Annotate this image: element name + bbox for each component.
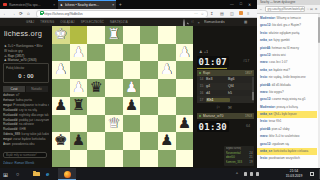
challenge-icon[interactable]: ⚐ — [191, 20, 194, 24]
forum-username[interactable]: lesio: — [260, 31, 268, 35]
board-square[interactable] — [123, 150, 141, 167]
board-square[interactable] — [52, 44, 70, 62]
forum-message-text: wieża wisi — [271, 53, 285, 57]
forum-message-text: właśnie oglądam partię — [268, 31, 300, 35]
taskbar-clock[interactable]: 21:54 15.03.2019 — [280, 169, 308, 178]
forum-username[interactable]: lesio: — [260, 75, 268, 79]
bottom-player-bar[interactable]: Mariusz_w70 1903 — [197, 113, 254, 119]
move-row[interactable]: 16d4h5 — [197, 90, 254, 97]
forum-message-text: zgadzam się — [271, 142, 289, 146]
board-square[interactable] — [176, 61, 194, 79]
board-square[interactable] — [140, 150, 158, 167]
black-piece-a6: ♟ — [178, 115, 191, 133]
right-window-toolbar: ← gry-szachy.pl/forum/watek.php ☆ ▤⚙⋮ — [257, 5, 320, 14]
forum-message-text: będzie mat? — [273, 68, 290, 72]
board-square[interactable] — [158, 97, 176, 115]
chat-username[interactable]: dathean: — [3, 93, 15, 97]
forum-message: lesio: pozdrawiam wszystkich — [257, 155, 317, 162]
board-square[interactable] — [105, 97, 123, 115]
board-square[interactable] — [123, 44, 141, 62]
top-player-rating: 1857 — [245, 71, 252, 75]
chat-username[interactable]: Anon: — [3, 142, 11, 146]
lichess-nav-menu: GRAJTRENINGOGLĄDAJSPOŁECZNOŚĆNARZĘDZIA — [26, 20, 128, 24]
board-square[interactable] — [158, 44, 176, 62]
white-piece-g4: ♟ — [72, 79, 85, 97]
browser-tab-youtube[interactable]: Rammstein@lia spo… × — [1, 0, 57, 9]
message-icon[interactable]: ✉ — [228, 105, 232, 110]
board-square[interactable] — [87, 132, 105, 150]
forum-message: lesio: właśnie oglądam partię — [257, 30, 317, 37]
chat-username[interactable]: Gdesta_888: — [3, 132, 21, 136]
board-square[interactable]: ♛ — [87, 79, 105, 97]
board-square[interactable]: ♜ — [105, 26, 123, 44]
black-move[interactable]: Qf4 — [228, 84, 250, 88]
board-square[interactable] — [52, 115, 70, 133]
lichess-nav-item[interactable]: TRENING — [40, 20, 54, 24]
board-square[interactable]: ♟ — [158, 61, 176, 79]
board-square[interactable]: ♟ — [123, 79, 141, 97]
tournament-mini-box[interactable]: Szybki turniej Rosevential24wbet5021Komr… — [224, 146, 254, 166]
forum-message-text: pion a2 słaby — [271, 127, 290, 131]
forum-username[interactable]: lesio: — [260, 119, 268, 123]
forum-message: maro: czas leci 1:07 — [257, 59, 317, 66]
forum-message: Moderator: Witamy w temacie — [257, 15, 317, 22]
forum-message: anka_sz: końcówka będzie ciekawa — [257, 148, 317, 155]
board-square[interactable]: ♟ — [52, 97, 70, 115]
chat-message-list: dathean: o7thetsaur: ładna partiamegat: … — [3, 93, 49, 150]
board-square[interactable]: ♚ — [52, 26, 70, 44]
chat-username[interactable]: Ruslawold: — [3, 122, 18, 126]
chat-username[interactable]: megat: — [3, 137, 12, 141]
forum-message-text: hetman na f4 mocny — [271, 46, 299, 50]
cortana-search-icon[interactable]: ○ — [16, 171, 19, 177]
lichess-nav-item[interactable]: OGLĄDAJ — [60, 20, 74, 24]
back-icon[interactable]: ← — [259, 7, 263, 11]
white-piece-h1: ♚ — [54, 26, 67, 44]
screen: Rammstein@lia spo… × ♞ lichess • Szachy … — [0, 0, 320, 180]
board-square[interactable] — [176, 79, 194, 97]
board-square[interactable] — [70, 115, 88, 133]
tab-chat[interactable]: Czat — [3, 86, 25, 92]
board-square[interactable] — [140, 115, 158, 133]
lichess-nav-item[interactable]: NARZĘDZIA — [110, 20, 128, 24]
board-square[interactable]: ♟ — [70, 132, 88, 150]
board-square[interactable] — [123, 132, 141, 150]
board-square[interactable] — [158, 26, 176, 44]
white-piece-d4: ♟ — [125, 79, 138, 97]
black-move[interactable]: Bg6 — [228, 77, 250, 81]
forum-message-text: blitz 3+0 to szaleństwo — [268, 134, 299, 138]
forum-username[interactable]: anka_sz: — [260, 149, 273, 153]
right-window-url-field[interactable]: gry-szachy.pl/forum/watek.php — [265, 6, 305, 12]
home-icon[interactable]: ⌂ — [27, 11, 30, 16]
forum-message: piotr44: hetman na f4 mocny — [257, 45, 317, 52]
material-indicator: ♟ +1 — [199, 49, 208, 54]
new-tab-button[interactable]: + — [119, 2, 122, 7]
forum-message: piotr44: d4 d5 blokada — [257, 82, 317, 89]
lichess-logo[interactable]: lichess.org — [4, 29, 50, 38]
action-center-icon[interactable] — [310, 172, 314, 176]
padlock-icon — [40, 13, 43, 15]
flag-icon[interactable]: ⚐ — [216, 105, 220, 110]
white-piece-a2: ♟ — [178, 44, 191, 62]
clock-bottom-tag: 64 — [246, 124, 250, 128]
lichess-nav-item[interactable]: GRAJ — [26, 20, 34, 24]
chat-username[interactable]: megat: — [3, 103, 12, 107]
start-button-icon[interactable]: ⊞ — [3, 171, 8, 178]
white-piece-b3: ♟ — [160, 61, 173, 79]
forum-message: maro: blitz 3+0 to szaleństwo — [257, 133, 317, 140]
firefox-icon — [64, 171, 71, 178]
menu-icon[interactable]: ≡ — [247, 11, 249, 16]
chat-username[interactable]: Ruslawold: — [3, 118, 18, 122]
chat-username[interactable]: Ruslawold: — [3, 108, 18, 112]
black-player-line[interactable]: ♟ Mariusz_w70 (1903) — [4, 58, 50, 62]
network-icon[interactable] — [244, 172, 247, 175]
clock-top: 01:07 — [197, 56, 229, 67]
tab-close-icon[interactable]: × — [112, 3, 114, 7]
board-square[interactable] — [87, 150, 105, 167]
board-square[interactable] — [105, 132, 123, 150]
board-square[interactable] — [140, 61, 158, 79]
file-explorer-icon[interactable] — [33, 172, 40, 177]
taskbar-date: 15.03.2019 — [280, 174, 308, 179]
forum-message: gosc12: czarne mają wieżę na g5 — [257, 96, 317, 103]
black-piece-b7: ♟ — [160, 132, 173, 150]
show-desktop-divider[interactable] — [319, 169, 320, 179]
spectator-box-value: 0 : 00 — [4, 73, 48, 79]
minimize-window-icon[interactable]: — — [230, 2, 234, 7]
forum-message-text: teraz Kh1 — [268, 119, 282, 123]
forum-username[interactable]: Moderator: — [260, 105, 276, 109]
sidebar-toggle-icon[interactable]: ◫ — [230, 11, 234, 16]
captured-pawn-icon: ♟ — [199, 49, 203, 54]
forum-message-text: nie sądzę, króle bezpieczne — [268, 75, 306, 79]
board-square[interactable] — [140, 97, 158, 115]
black-piece-h5: ♟ — [54, 97, 67, 115]
board-square[interactable] — [105, 79, 123, 97]
move-row[interactable]: 17Kh1 — [197, 96, 254, 103]
spectator-box: Pokój kibiców 0 : 00 — [3, 63, 49, 83]
black-piece-d5: ♟ — [125, 97, 138, 115]
forum-message-text: proszę o kulturę — [276, 105, 298, 109]
board-square[interactable] — [158, 115, 176, 133]
chat-username[interactable]: thetsaur: — [3, 98, 15, 102]
bookmark-star-icon[interactable]: ☆ — [201, 12, 204, 16]
forward-icon[interactable]: → — [11, 11, 16, 16]
board-square[interactable] — [176, 150, 194, 167]
board-square[interactable] — [123, 61, 141, 79]
board-square[interactable]: ♟ — [70, 44, 88, 62]
board-square[interactable]: ♜ — [70, 97, 88, 115]
board-square[interactable] — [105, 61, 123, 79]
library-icon[interactable]: ▤ — [220, 11, 224, 16]
board-square[interactable]: ♟ — [123, 97, 141, 115]
tournament-player-score: 19 — [249, 160, 252, 164]
forum-username[interactable]: gosc12: — [260, 53, 271, 57]
forum-username[interactable]: anka_sz: — [260, 38, 273, 42]
forum-message: Moderator: proszę o kulturę — [257, 104, 317, 111]
board-square[interactable] — [70, 150, 88, 167]
tab-notes[interactable]: Notatki — [26, 86, 48, 92]
chess-board: ♚♜♟♟♟♟♟♛♟♟♜♟♛♟♚♟♟ — [52, 26, 193, 167]
tournament-player-name: Komren_333 — [226, 160, 250, 164]
white-move[interactable]: g4 — [206, 84, 228, 88]
language-indicator-icon[interactable] — [256, 172, 259, 175]
close-icon[interactable]: × — [198, 20, 200, 25]
lichess-header: GRAJTRENINGOGLĄDAJSPOŁECZNOŚĆNARZĘDZIA ⚐… — [0, 18, 258, 26]
chat-username[interactable]: Ruslawold: — [3, 127, 18, 131]
chat-username[interactable]: Ruslawold: — [3, 113, 18, 117]
board-square[interactable] — [87, 26, 105, 44]
forum-message-text: d4 d5 blokada — [271, 83, 291, 87]
board-square[interactable] — [158, 150, 176, 167]
move-number: 16 — [197, 91, 206, 95]
right-browser-window: Szachy — forum dyskusyjne ← gry-szachy.p… — [257, 0, 320, 168]
forum-username[interactable]: piotr44: — [260, 46, 271, 50]
lichess-favicon: ♞ — [60, 3, 63, 7]
board-square[interactable] — [176, 97, 194, 115]
move-number: 15 — [197, 84, 206, 88]
close-window-icon[interactable]: ✕ — [248, 2, 251, 7]
grid-menu-icon[interactable]: ▦ — [244, 20, 247, 24]
forum-message-text: pozdrawiam wszystkich — [268, 156, 300, 160]
move-number: 14 — [197, 77, 206, 81]
youtube-favicon — [3, 3, 7, 6]
forum-message-text: Qh4+ było lepsze — [273, 112, 297, 116]
forum-username[interactable]: lesio: — [260, 156, 268, 160]
board-square[interactable] — [140, 132, 158, 150]
move-number: 17 — [197, 98, 206, 102]
board-square[interactable] — [176, 26, 194, 44]
game-meta-icon: ♞ — [4, 44, 7, 48]
white-move[interactable]: Kh1 — [206, 98, 230, 102]
online-dot — [199, 72, 201, 74]
forum-message-text: fajny gambit — [273, 38, 290, 42]
board-square[interactable] — [70, 61, 88, 79]
forum-message: lesio: nie sądzę, króle bezpieczne — [257, 74, 317, 81]
board-square[interactable] — [123, 115, 141, 133]
reload-icon[interactable]: ⟳ — [19, 11, 23, 16]
board-square[interactable] — [52, 79, 70, 97]
board-square[interactable]: ♟ — [70, 79, 88, 97]
downloads-icon[interactable]: ↧ — [210, 11, 213, 16]
chat-input[interactable] — [3, 152, 47, 158]
move-row[interactable]: 15g4Qf4 — [197, 83, 254, 90]
forum-message: lesio: teraz Kh1 — [257, 118, 317, 125]
forum-message-text: kto wygra? — [268, 90, 283, 94]
white-piece-h3: ♟ — [54, 61, 67, 79]
game-meta-line2: W trakcie gry — [4, 49, 50, 53]
grid-icon[interactable]: ▤ — [310, 7, 313, 11]
black-move[interactable]: h5 — [228, 91, 250, 95]
forum-username[interactable]: anka_sz: — [260, 112, 273, 116]
forum-message-text: końcówka będzie ciekawa — [273, 149, 309, 153]
board-square[interactable] — [140, 26, 158, 44]
white-piece-e6: ♛ — [107, 115, 120, 133]
forum-message-text: czarne mają wieżę na g5 — [271, 97, 305, 101]
browser-nav-bar: ← → ⟳ ⌂ https://lichess.org/9kdbt4vs ⋯ ☆… — [0, 9, 258, 18]
board-square[interactable]: ♟ — [176, 115, 194, 133]
board-square[interactable] — [105, 150, 123, 167]
forum-message: gosc12: kto dziś gra z Rupim? — [257, 22, 317, 29]
window-controls: —□✕ — [230, 2, 251, 7]
board-square[interactable] — [87, 61, 105, 79]
white-piece-e1: ♜ — [107, 26, 120, 44]
back-icon[interactable]: ← — [3, 11, 8, 16]
edge-browser-icon[interactable]: e — [46, 171, 49, 177]
board-square[interactable]: ♟ — [52, 61, 70, 79]
maximize-window-icon[interactable]: □ — [240, 2, 242, 7]
game-action-icons: ⚐✉ — [216, 105, 232, 110]
board-square[interactable]: ♛ — [105, 115, 123, 133]
bottom-player-name: Mariusz_w70 — [203, 114, 245, 118]
bookmark-star-icon[interactable]: ☆ — [307, 7, 310, 11]
page-actions-icon[interactable]: ⋯ — [194, 12, 198, 16]
forum-message-text: kto dziś gra z Rupim? — [271, 23, 301, 27]
white-move[interactable]: d4 — [206, 91, 228, 95]
move-list-scrollbar[interactable] — [252, 77, 253, 101]
forum-message-text: czas leci 1:07 — [268, 60, 287, 64]
tab-title: lichess • Szachy darm… — [65, 3, 110, 7]
board-square[interactable] — [70, 26, 88, 44]
board-square[interactable] — [158, 79, 176, 97]
firefox-taskbar-button[interactable] — [58, 168, 76, 180]
sidebar-footer-link[interactable]: Zobacz: Roman Wernik — [3, 161, 49, 165]
board-square[interactable] — [87, 97, 105, 115]
game-meta-line1: ♞ 3+0 • Rankingowa • Blitz — [4, 44, 50, 48]
forum-message-text: Witamy w temacie — [276, 16, 301, 20]
forum-username[interactable]: anka_sz: — [260, 68, 273, 72]
board-square[interactable] — [140, 79, 158, 97]
forum-message: maro: kto wygra? — [257, 89, 317, 96]
mini-box-rows: Rosevential24wbet5021Komren_33319 — [226, 151, 253, 164]
forum-message: gosc12: wieża wisi — [257, 52, 317, 59]
forum-username[interactable]: piotr44: — [260, 83, 271, 87]
browser-tab-lichess[interactable]: ♞ lichess • Szachy darm… × — [58, 0, 116, 9]
black-piece-g5: ♜ — [72, 97, 85, 115]
windows-taskbar: ⊞ ○ e ^ 21:54 15.03.2019 — [0, 168, 320, 180]
url-text: https://lichess.org/9kdbt4vs — [44, 12, 194, 16]
volume-icon[interactable] — [250, 172, 253, 175]
board-square[interactable] — [87, 115, 105, 133]
board-square[interactable]: ♟ — [176, 44, 194, 62]
forum-username[interactable]: gosc12: — [260, 142, 271, 146]
board-square[interactable]: ♚ — [52, 132, 70, 150]
lichess-nav-item[interactable]: SPOŁECZNOŚĆ — [81, 20, 104, 24]
forum-message: gosc12: zgadzam się — [257, 141, 317, 148]
move-list: 14Be3Bg615g4Qf416d4h517Kh1 — [197, 76, 254, 103]
white-piece-g2: ♟ — [72, 44, 85, 62]
mini-box-row[interactable]: Komren_33319 — [226, 160, 253, 164]
forum-message: anka_sz: Qh4+ było lepsze — [257, 111, 317, 118]
spectator-box-title: Pokój kibiców — [6, 66, 48, 70]
board-square[interactable] — [105, 44, 123, 62]
forum-message-list: Moderator: Witamy w temaciegosc12: kto d… — [257, 15, 317, 168]
black-piece-f4: ♛ — [90, 79, 103, 97]
active-app-underline — [58, 179, 76, 180]
chat-message: Anon: powodzenia obu — [3, 142, 49, 147]
board-square[interactable] — [52, 150, 70, 167]
forum-username[interactable]: Moderator: — [260, 16, 276, 20]
black-piece-g7: ♟ — [72, 132, 85, 150]
browser-tab-bar: Rammstein@lia spo… × ♞ lichess • Szachy … — [0, 0, 258, 9]
board-square[interactable] — [87, 44, 105, 62]
tab-close-icon[interactable]: × — [53, 3, 55, 7]
board-square[interactable]: ♟ — [158, 132, 176, 150]
forum-message: piotr44: pion a2 słaby — [257, 126, 317, 133]
right-window-toolbar-icons: ▤⚙⋮ — [310, 7, 320, 11]
tab-title: Rammstein@lia spo… — [9, 3, 51, 7]
move-row[interactable]: 14Be3Bg6 — [197, 76, 254, 83]
white-player-line[interactable]: ♙ Rupi (1857) — [4, 54, 50, 58]
clock-top-tag: #17 — [243, 59, 249, 63]
forum-message: anka_sz: będzie mat? — [257, 67, 317, 74]
mini-box-title: Szybki turniej — [226, 147, 253, 150]
bottom-player-rating: 1903 — [245, 114, 252, 118]
board-square[interactable] — [123, 26, 141, 44]
white-move[interactable]: Be3 — [206, 77, 228, 81]
online-dot — [199, 115, 201, 117]
forum-message: anka_sz: fajny gambit — [257, 37, 317, 44]
tray-expand-caret-icon[interactable]: ^ — [236, 171, 238, 176]
black-piece-h7: ♚ — [54, 132, 67, 150]
board-square[interactable] — [176, 132, 194, 150]
logged-in-username[interactable]: Romanikordis — [204, 20, 225, 24]
forum-username[interactable]: gosc12: — [260, 23, 271, 27]
board-square[interactable] — [140, 44, 158, 62]
forum-username[interactable]: piotr44: — [260, 127, 271, 131]
clock-bottom: 01:30 — [197, 121, 229, 132]
extension-icon[interactable] — [239, 11, 243, 15]
forum-username[interactable]: gosc12: — [260, 97, 271, 101]
top-player-name: Rupi — [203, 71, 245, 75]
settings-icon[interactable]: ⚙ — [315, 7, 318, 11]
